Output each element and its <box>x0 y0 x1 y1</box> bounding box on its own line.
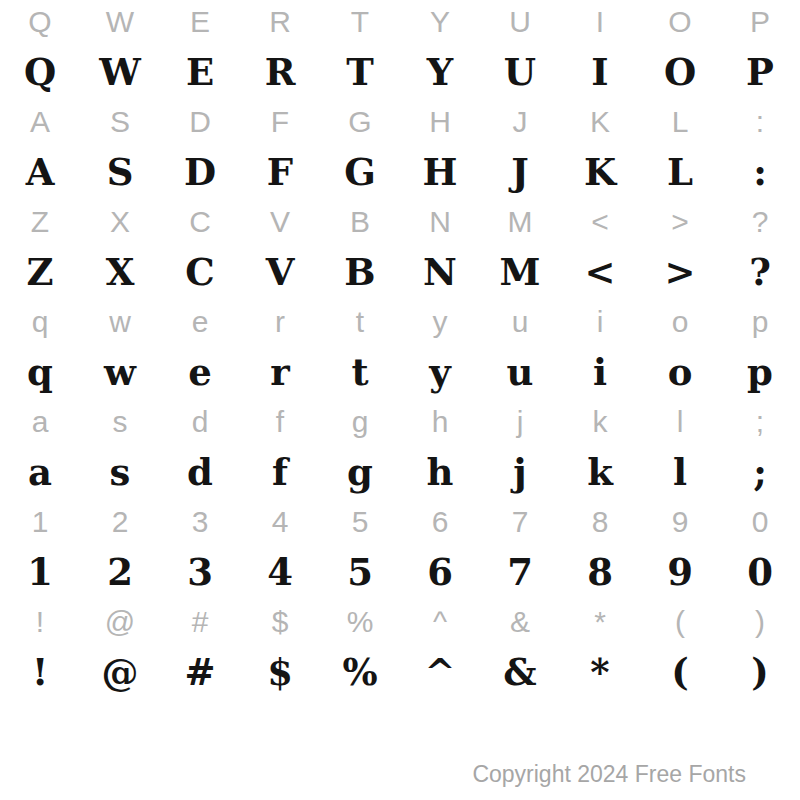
char-cell-r5c5: B <box>320 200 400 244</box>
char-cell-r12c9: 9 <box>640 544 720 600</box>
char-cell-r10c10: ; <box>720 444 800 500</box>
char-cell-r8c3: e <box>160 344 240 400</box>
char-cell-r13c2: @ <box>80 600 160 644</box>
char-cell-r14c7: & <box>480 644 560 700</box>
char-cell-r2c8: I <box>560 44 640 100</box>
char-cell-r8c6: y <box>400 344 480 400</box>
char-cell-r9c8: k <box>560 400 640 444</box>
char-cell-r13c9: ( <box>640 600 720 644</box>
char-cell-r14c3: # <box>160 644 240 700</box>
char-cell-r3c5: G <box>320 100 400 144</box>
char-cell-r11c1: 1 <box>0 500 80 544</box>
char-cell-r8c5: t <box>320 344 400 400</box>
char-cell-r14c5: % <box>320 644 400 700</box>
char-cell-r13c6: ^ <box>400 600 480 644</box>
char-cell-r6c2: X <box>80 244 160 300</box>
char-cell-r2c7: U <box>480 44 560 100</box>
char-cell-r7c9: o <box>640 300 720 344</box>
char-cell-r2c3: E <box>160 44 240 100</box>
char-cell-r3c3: D <box>160 100 240 144</box>
char-cell-r7c8: i <box>560 300 640 344</box>
char-cell-r5c7: M <box>480 200 560 244</box>
char-cell-r4c8: K <box>560 144 640 200</box>
char-cell-r10c1: a <box>0 444 80 500</box>
char-cell-r1c1: Q <box>0 0 80 44</box>
char-cell-r2c5: T <box>320 44 400 100</box>
char-cell-r8c10: p <box>720 344 800 400</box>
char-cell-r10c5: g <box>320 444 400 500</box>
char-cell-r13c5: % <box>320 600 400 644</box>
char-cell-r6c8: < <box>560 244 640 300</box>
char-cell-r14c1: ! <box>0 644 80 700</box>
char-cell-r7c3: e <box>160 300 240 344</box>
char-cell-r5c2: X <box>80 200 160 244</box>
char-cell-r13c3: # <box>160 600 240 644</box>
char-cell-r10c6: h <box>400 444 480 500</box>
char-cell-r5c1: Z <box>0 200 80 244</box>
font-specimen-sheet: QWERTYUIOPQWERTYUIOPASDFGHJKL:ASDFGHJKL:… <box>0 0 800 800</box>
char-cell-r1c7: U <box>480 0 560 44</box>
char-cell-r9c7: j <box>480 400 560 444</box>
char-cell-r13c7: & <box>480 600 560 644</box>
char-cell-r12c2: 2 <box>80 544 160 600</box>
char-cell-r5c9: > <box>640 200 720 244</box>
char-cell-r1c3: E <box>160 0 240 44</box>
char-cell-r2c6: Y <box>400 44 480 100</box>
char-cell-r1c2: W <box>80 0 160 44</box>
char-cell-r4c9: L <box>640 144 720 200</box>
char-cell-r8c9: o <box>640 344 720 400</box>
char-cell-r5c3: C <box>160 200 240 244</box>
char-cell-r11c3: 3 <box>160 500 240 544</box>
char-cell-r3c4: F <box>240 100 320 144</box>
copyright-text: Copyright 2024 Free Fonts <box>472 761 746 788</box>
char-cell-r2c1: Q <box>0 44 80 100</box>
char-cell-r9c9: l <box>640 400 720 444</box>
char-cell-r8c2: w <box>80 344 160 400</box>
char-cell-r4c4: F <box>240 144 320 200</box>
char-cell-r11c2: 2 <box>80 500 160 544</box>
char-cell-r5c8: < <box>560 200 640 244</box>
char-cell-r7c6: y <box>400 300 480 344</box>
char-cell-r3c8: K <box>560 100 640 144</box>
char-cell-r6c5: B <box>320 244 400 300</box>
char-cell-r6c7: M <box>480 244 560 300</box>
char-cell-r2c10: P <box>720 44 800 100</box>
char-cell-r8c7: u <box>480 344 560 400</box>
char-cell-r7c1: q <box>0 300 80 344</box>
char-cell-r4c6: H <box>400 144 480 200</box>
char-cell-r9c4: f <box>240 400 320 444</box>
char-cell-r12c10: 0 <box>720 544 800 600</box>
char-cell-r14c8: * <box>560 644 640 700</box>
char-cell-r4c1: A <box>0 144 80 200</box>
char-cell-r1c9: O <box>640 0 720 44</box>
char-cell-r10c8: k <box>560 444 640 500</box>
char-cell-r9c1: a <box>0 400 80 444</box>
char-cell-r10c2: s <box>80 444 160 500</box>
char-cell-r7c5: t <box>320 300 400 344</box>
char-cell-r4c7: J <box>480 144 560 200</box>
char-cell-r10c7: j <box>480 444 560 500</box>
char-cell-r4c10: : <box>720 144 800 200</box>
char-cell-r11c10: 0 <box>720 500 800 544</box>
char-cell-r12c7: 7 <box>480 544 560 600</box>
char-cell-r3c1: A <box>0 100 80 144</box>
char-cell-r6c6: N <box>400 244 480 300</box>
char-cell-r10c4: f <box>240 444 320 500</box>
char-cell-r5c4: V <box>240 200 320 244</box>
char-cell-r9c3: d <box>160 400 240 444</box>
char-cell-r1c6: Y <box>400 0 480 44</box>
char-cell-r4c2: S <box>80 144 160 200</box>
char-cell-r11c6: 6 <box>400 500 480 544</box>
char-cell-r3c9: L <box>640 100 720 144</box>
char-cell-r3c2: S <box>80 100 160 144</box>
char-cell-r1c8: I <box>560 0 640 44</box>
char-cell-r2c9: O <box>640 44 720 100</box>
char-cell-r14c6: ^ <box>400 644 480 700</box>
char-cell-r10c9: l <box>640 444 720 500</box>
char-cell-r12c1: 1 <box>0 544 80 600</box>
char-cell-r12c8: 8 <box>560 544 640 600</box>
char-cell-r11c9: 9 <box>640 500 720 544</box>
char-cell-r11c5: 5 <box>320 500 400 544</box>
char-cell-r5c10: ? <box>720 200 800 244</box>
char-cell-r13c8: * <box>560 600 640 644</box>
char-cell-r4c3: D <box>160 144 240 200</box>
char-cell-r6c3: C <box>160 244 240 300</box>
char-cell-r1c4: R <box>240 0 320 44</box>
char-cell-r6c1: Z <box>0 244 80 300</box>
char-cell-r12c3: 3 <box>160 544 240 600</box>
char-cell-r4c5: G <box>320 144 400 200</box>
char-cell-r2c2: W <box>80 44 160 100</box>
char-cell-r1c5: T <box>320 0 400 44</box>
char-cell-r8c4: r <box>240 344 320 400</box>
char-cell-r7c7: u <box>480 300 560 344</box>
char-cell-r2c4: R <box>240 44 320 100</box>
char-cell-r5c6: N <box>400 200 480 244</box>
char-cell-r6c9: > <box>640 244 720 300</box>
char-cell-r13c10: ) <box>720 600 800 644</box>
char-cell-r9c2: s <box>80 400 160 444</box>
char-cell-r8c1: q <box>0 344 80 400</box>
char-cell-r14c4: $ <box>240 644 320 700</box>
char-cell-r6c4: V <box>240 244 320 300</box>
char-cell-r3c7: J <box>480 100 560 144</box>
char-cell-r11c8: 8 <box>560 500 640 544</box>
char-cell-r7c4: r <box>240 300 320 344</box>
char-cell-r8c8: i <box>560 344 640 400</box>
char-cell-r10c3: d <box>160 444 240 500</box>
char-cell-r9c10: ; <box>720 400 800 444</box>
char-cell-r9c6: h <box>400 400 480 444</box>
character-grid: QWERTYUIOPQWERTYUIOPASDFGHJKL:ASDFGHJKL:… <box>0 0 800 700</box>
char-cell-r14c9: ( <box>640 644 720 700</box>
char-cell-r13c1: ! <box>0 600 80 644</box>
char-cell-r1c10: P <box>720 0 800 44</box>
char-cell-r3c6: H <box>400 100 480 144</box>
char-cell-r12c5: 5 <box>320 544 400 600</box>
char-cell-r11c7: 7 <box>480 500 560 544</box>
char-cell-r14c2: @ <box>80 644 160 700</box>
char-cell-r13c4: $ <box>240 600 320 644</box>
char-cell-r11c4: 4 <box>240 500 320 544</box>
char-cell-r12c6: 6 <box>400 544 480 600</box>
char-cell-r3c10: : <box>720 100 800 144</box>
char-cell-r12c4: 4 <box>240 544 320 600</box>
char-cell-r6c10: ? <box>720 244 800 300</box>
char-cell-r7c10: p <box>720 300 800 344</box>
char-cell-r9c5: g <box>320 400 400 444</box>
char-cell-r7c2: w <box>80 300 160 344</box>
char-cell-r14c10: ) <box>720 644 800 700</box>
